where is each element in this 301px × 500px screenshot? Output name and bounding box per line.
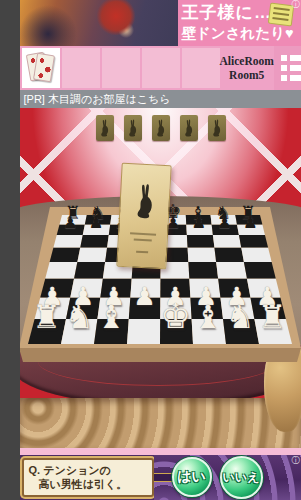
card-text-line <box>130 232 156 235</box>
chessboard[interactable] <box>20 108 301 448</box>
quiz-question: Q. テンションの 高い男性は引く。 <box>22 458 154 497</box>
white-bishop-f1[interactable]: ♝ <box>193 301 222 333</box>
inventory-slot-3[interactable] <box>102 48 140 88</box>
no-button[interactable]: いいえ <box>220 456 263 499</box>
board-square <box>127 319 160 344</box>
board-square <box>53 235 82 248</box>
board-square <box>186 235 214 248</box>
board-square <box>243 262 275 279</box>
top-ad-banner[interactable]: 王子様に… 壁ドンされたり♥ ⓘ <box>20 0 301 46</box>
menu-list-icon <box>281 75 301 81</box>
bottom-ad-banner[interactable]: Q. テンションの 高い男性は引く。 はい いいえ ⓘ <box>20 455 301 500</box>
board-square <box>216 262 247 279</box>
rabbit-icon <box>132 178 158 223</box>
rabbit-card-on-board[interactable] <box>116 163 171 269</box>
ad-info-icon[interactable]: ⓘ <box>292 456 300 465</box>
black-pawn-h7[interactable]: ♟ <box>243 215 258 232</box>
white-rook-h1[interactable]: ♜ <box>258 301 287 333</box>
white-knight-b1[interactable]: ♞ <box>65 301 94 333</box>
board-square <box>49 248 80 263</box>
black-pawn-f7[interactable]: ♟ <box>192 215 207 232</box>
inventory-slot-5[interactable] <box>182 48 220 88</box>
white-bishop-c1[interactable]: ♝ <box>97 301 126 333</box>
black-pawn-g7[interactable]: ♟ <box>217 215 232 232</box>
yes-button[interactable]: はい <box>172 457 212 497</box>
board-square <box>214 248 243 263</box>
ad-artwork <box>20 0 178 46</box>
red-cards-item-icon <box>32 53 54 82</box>
inventory-slot-1[interactable] <box>22 48 60 88</box>
quiz-line2: 高い男性は引く。 <box>29 477 152 491</box>
board-square <box>212 235 240 248</box>
black-pawn-a7[interactable]: ♟ <box>63 215 78 232</box>
board-square <box>80 235 109 248</box>
ad-info-icon[interactable]: ⓘ <box>292 0 300 9</box>
quiz-line1: Q. テンションの <box>29 463 152 477</box>
inventory-bar: AliceRoom Room5 <box>20 46 301 90</box>
board-frame-edge <box>20 348 301 362</box>
pr-link-bar[interactable]: [PR] 木目調のお部屋はこちら <box>20 90 301 108</box>
board-square <box>241 248 271 263</box>
white-king-e1[interactable]: ♚ <box>160 299 191 333</box>
pink-divider <box>20 448 301 455</box>
card-text-line <box>136 251 148 254</box>
menu-button[interactable] <box>274 46 301 90</box>
board-square <box>77 248 107 263</box>
card-text-line <box>133 238 151 241</box>
app-screen: 王子様に… 壁ドンされたり♥ ⓘ AliceRoom Room5 [PR] 木目… <box>20 0 301 500</box>
inventory-slot-4[interactable] <box>142 48 180 88</box>
inventory-slot-2[interactable] <box>62 48 100 88</box>
menu-list-icon <box>281 55 301 61</box>
board-square <box>238 235 267 248</box>
board-square <box>74 262 105 279</box>
board-square <box>188 262 218 279</box>
black-pawn-b7[interactable]: ♟ <box>89 215 104 232</box>
game-scene[interactable]: ♜♞♝♛♚♝♞♜♟♟♟♟♟♟♟♟♟♟♟♟♟♟♟♟♜♞♝♚♝♞♜ <box>20 108 301 448</box>
room-title: AliceRoom Room5 <box>220 54 274 83</box>
menu-list-icon <box>281 65 301 71</box>
white-rook-a1[interactable]: ♜ <box>32 301 61 333</box>
ad-line2: 壁ドンされたり♥ <box>182 25 301 42</box>
board-square <box>187 248 216 263</box>
board-square <box>45 262 77 279</box>
white-pawn-d2[interactable]: ♟ <box>133 285 155 310</box>
ad-app-badge <box>267 3 293 27</box>
white-knight-g1[interactable]: ♞ <box>226 301 255 333</box>
